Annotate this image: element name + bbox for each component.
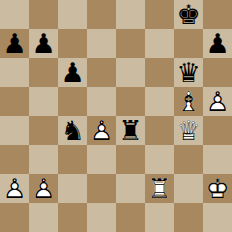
- square-b6[interactable]: [29, 58, 58, 87]
- square-a8[interactable]: [0, 0, 29, 29]
- white-pawn-outline-glyph: ♙: [205, 88, 229, 115]
- square-b7[interactable]: ♟: [29, 29, 58, 58]
- square-h3[interactable]: [203, 145, 232, 174]
- square-h2[interactable]: ♚♔: [203, 174, 232, 203]
- square-e6[interactable]: [116, 58, 145, 87]
- square-c3[interactable]: [58, 145, 87, 174]
- square-d4[interactable]: ♟♙: [87, 116, 116, 145]
- square-d8[interactable]: [87, 0, 116, 29]
- square-h7[interactable]: ♟: [203, 29, 232, 58]
- square-a1[interactable]: [0, 203, 29, 232]
- square-g3[interactable]: [174, 145, 203, 174]
- white-king-outline-glyph: ♔: [205, 175, 229, 202]
- square-f5[interactable]: [145, 87, 174, 116]
- black-knight[interactable]: ♞: [58, 116, 87, 145]
- white-queen-outline-glyph: ♕: [176, 117, 200, 144]
- square-g2[interactable]: [174, 174, 203, 203]
- square-b3[interactable]: [29, 145, 58, 174]
- square-b4[interactable]: [29, 116, 58, 145]
- square-f6[interactable]: [145, 58, 174, 87]
- square-f3[interactable]: [145, 145, 174, 174]
- square-h5[interactable]: ♟♙: [203, 87, 232, 116]
- white-rook[interactable]: ♜♖: [145, 174, 174, 203]
- square-h1[interactable]: [203, 203, 232, 232]
- black-pawn[interactable]: ♟: [0, 29, 29, 58]
- square-f4[interactable]: [145, 116, 174, 145]
- black-pawn-glyph: ♟: [60, 59, 84, 86]
- white-pawn-outline-glyph: ♙: [89, 117, 113, 144]
- white-bishop[interactable]: ♝♗: [174, 87, 203, 116]
- white-pawn[interactable]: ♟♙: [0, 174, 29, 203]
- black-pawn-glyph: ♟: [2, 30, 26, 57]
- white-pawn-outline-glyph: ♙: [2, 175, 26, 202]
- square-f2[interactable]: ♜♖: [145, 174, 174, 203]
- square-e7[interactable]: [116, 29, 145, 58]
- white-queen[interactable]: ♛♕: [174, 116, 203, 145]
- square-g6[interactable]: ♛: [174, 58, 203, 87]
- square-b8[interactable]: [29, 0, 58, 29]
- square-f8[interactable]: [145, 0, 174, 29]
- black-pawn-glyph: ♟: [205, 30, 229, 57]
- square-e3[interactable]: [116, 145, 145, 174]
- square-h4[interactable]: [203, 116, 232, 145]
- black-rook[interactable]: ♜: [116, 116, 145, 145]
- square-a5[interactable]: [0, 87, 29, 116]
- black-rook-glyph: ♜: [118, 117, 142, 144]
- square-c6[interactable]: ♟: [58, 58, 87, 87]
- square-d6[interactable]: [87, 58, 116, 87]
- square-f1[interactable]: [145, 203, 174, 232]
- square-a3[interactable]: [0, 145, 29, 174]
- square-e4[interactable]: ♜: [116, 116, 145, 145]
- white-king[interactable]: ♚♔: [203, 174, 232, 203]
- white-pawn[interactable]: ♟♙: [29, 174, 58, 203]
- square-g5[interactable]: ♝♗: [174, 87, 203, 116]
- black-queen-glyph: ♛: [176, 59, 200, 86]
- white-bishop-outline-glyph: ♗: [176, 88, 200, 115]
- chess-board: ♚♟♟♟♟♛♝♗♟♙♞♟♙♜♛♕♟♙♟♙♜♖♚♔: [0, 0, 232, 232]
- square-c2[interactable]: [58, 174, 87, 203]
- square-g7[interactable]: [174, 29, 203, 58]
- square-h8[interactable]: [203, 0, 232, 29]
- white-pawn[interactable]: ♟♙: [203, 87, 232, 116]
- square-e2[interactable]: [116, 174, 145, 203]
- white-pawn-outline-glyph: ♙: [31, 175, 55, 202]
- square-c4[interactable]: ♞: [58, 116, 87, 145]
- square-e5[interactable]: [116, 87, 145, 116]
- square-a2[interactable]: ♟♙: [0, 174, 29, 203]
- square-e8[interactable]: [116, 0, 145, 29]
- black-pawn[interactable]: ♟: [29, 29, 58, 58]
- square-g4[interactable]: ♛♕: [174, 116, 203, 145]
- white-rook-outline-glyph: ♖: [147, 175, 171, 202]
- square-b1[interactable]: [29, 203, 58, 232]
- black-king[interactable]: ♚: [174, 0, 203, 29]
- black-pawn[interactable]: ♟: [58, 58, 87, 87]
- square-c1[interactable]: [58, 203, 87, 232]
- square-h6[interactable]: [203, 58, 232, 87]
- black-pawn[interactable]: ♟: [203, 29, 232, 58]
- square-c8[interactable]: [58, 0, 87, 29]
- square-a7[interactable]: ♟: [0, 29, 29, 58]
- square-e1[interactable]: [116, 203, 145, 232]
- square-d1[interactable]: [87, 203, 116, 232]
- square-d5[interactable]: [87, 87, 116, 116]
- square-c7[interactable]: [58, 29, 87, 58]
- square-d3[interactable]: [87, 145, 116, 174]
- square-g1[interactable]: [174, 203, 203, 232]
- square-f7[interactable]: [145, 29, 174, 58]
- white-pawn[interactable]: ♟♙: [87, 116, 116, 145]
- black-queen[interactable]: ♛: [174, 58, 203, 87]
- square-b5[interactable]: [29, 87, 58, 116]
- square-a6[interactable]: [0, 58, 29, 87]
- square-b2[interactable]: ♟♙: [29, 174, 58, 203]
- black-knight-glyph: ♞: [60, 117, 84, 144]
- square-d2[interactable]: [87, 174, 116, 203]
- square-d7[interactable]: [87, 29, 116, 58]
- square-g8[interactable]: ♚: [174, 0, 203, 29]
- square-c5[interactable]: [58, 87, 87, 116]
- black-pawn-glyph: ♟: [31, 30, 55, 57]
- black-king-glyph: ♚: [176, 1, 200, 28]
- square-a4[interactable]: [0, 116, 29, 145]
